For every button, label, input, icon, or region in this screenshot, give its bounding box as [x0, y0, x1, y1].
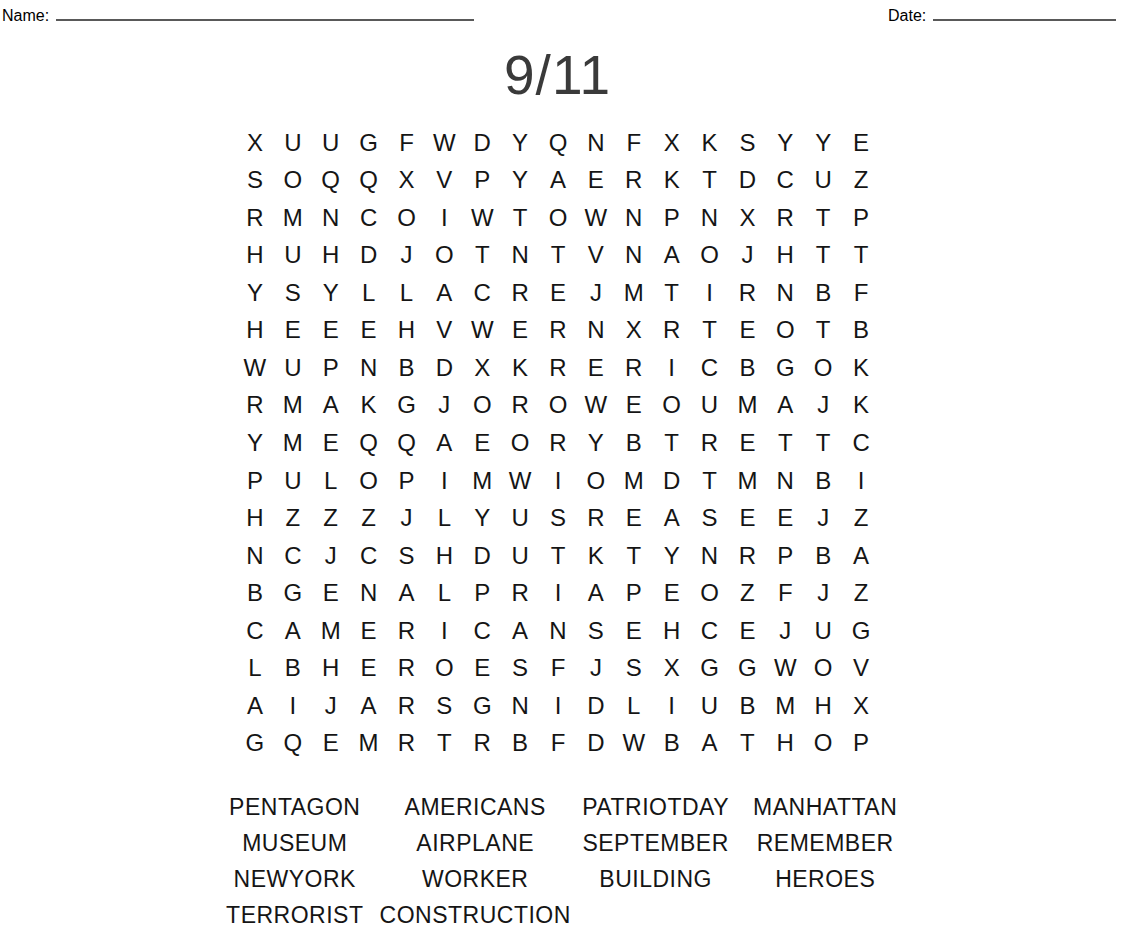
grid-cell-r9c12[interactable]: T: [653, 424, 691, 462]
grid-cell-r3c5[interactable]: O: [388, 199, 426, 237]
grid-cell-r13c14[interactable]: Z: [728, 574, 766, 612]
grid-cell-r11c3[interactable]: Z: [312, 499, 350, 537]
name-blank-line[interactable]: [56, 5, 474, 21]
grid-cell-r11c5[interactable]: J: [388, 499, 426, 537]
grid-cell-r8c10[interactable]: W: [577, 387, 615, 425]
grid-cell-r2c5[interactable]: X: [388, 162, 426, 200]
word-americans[interactable]: AMERICANS: [380, 789, 571, 825]
grid-cell-r16c17[interactable]: X: [842, 687, 880, 725]
grid-cell-r8c12[interactable]: O: [653, 387, 691, 425]
grid-cell-r1c11[interactable]: F: [615, 124, 653, 162]
grid-cell-r4c3[interactable]: H: [312, 237, 350, 275]
grid-cell-r4c12[interactable]: A: [653, 237, 691, 275]
grid-cell-r7c14[interactable]: B: [728, 349, 766, 387]
grid-cell-r1c9[interactable]: Q: [539, 124, 577, 162]
grid-cell-r10c13[interactable]: T: [691, 462, 729, 500]
grid-cell-r14c4[interactable]: E: [350, 612, 388, 650]
grid-cell-r8c11[interactable]: E: [615, 387, 653, 425]
grid-cell-r14c16[interactable]: U: [804, 612, 842, 650]
grid-cell-r8c13[interactable]: U: [691, 387, 729, 425]
grid-cell-r15c16[interactable]: O: [804, 649, 842, 687]
grid-cell-r3c10[interactable]: W: [577, 199, 615, 237]
grid-cell-r10c10[interactable]: O: [577, 462, 615, 500]
grid-cell-r2c2[interactable]: O: [274, 162, 312, 200]
grid-cell-r16c3[interactable]: J: [312, 687, 350, 725]
word-construction[interactable]: CONSTRUCTION: [380, 897, 571, 932]
grid-cell-r9c9[interactable]: R: [539, 424, 577, 462]
grid-cell-r7c4[interactable]: N: [350, 349, 388, 387]
grid-cell-r16c8[interactable]: N: [501, 687, 539, 725]
grid-cell-r11c11[interactable]: E: [615, 499, 653, 537]
grid-cell-r11c4[interactable]: Z: [350, 499, 388, 537]
grid-cell-r10c2[interactable]: U: [274, 462, 312, 500]
grid-cell-r14c12[interactable]: H: [653, 612, 691, 650]
grid-cell-r7c6[interactable]: D: [425, 349, 463, 387]
grid-cell-r13c8[interactable]: R: [501, 574, 539, 612]
grid-cell-r10c6[interactable]: I: [425, 462, 463, 500]
grid-cell-r3c9[interactable]: O: [539, 199, 577, 237]
grid-cell-r15c14[interactable]: G: [728, 649, 766, 687]
grid-cell-r15c6[interactable]: O: [425, 649, 463, 687]
grid-cell-r7c3[interactable]: P: [312, 349, 350, 387]
grid-cell-r3c14[interactable]: X: [728, 199, 766, 237]
grid-cell-r5c16[interactable]: B: [804, 274, 842, 312]
grid-cell-r10c9[interactable]: I: [539, 462, 577, 500]
grid-cell-r5c13[interactable]: I: [691, 274, 729, 312]
grid-cell-r4c6[interactable]: O: [425, 237, 463, 275]
grid-cell-r9c1[interactable]: Y: [236, 424, 274, 462]
grid-cell-r14c7[interactable]: C: [463, 612, 501, 650]
grid-cell-r16c2[interactable]: I: [274, 687, 312, 725]
grid-cell-r6c13[interactable]: T: [691, 312, 729, 350]
grid-cell-r10c15[interactable]: N: [766, 462, 804, 500]
grid-cell-r12c17[interactable]: A: [842, 537, 880, 575]
grid-cell-r12c10[interactable]: K: [577, 537, 615, 575]
grid-cell-r3c16[interactable]: T: [804, 199, 842, 237]
grid-cell-r17c9[interactable]: F: [539, 724, 577, 762]
grid-cell-r8c2[interactable]: M: [274, 387, 312, 425]
grid-cell-r15c3[interactable]: H: [312, 649, 350, 687]
date-blank-line[interactable]: [933, 5, 1116, 21]
word-worker[interactable]: WORKER: [380, 861, 571, 897]
grid-cell-r13c5[interactable]: A: [388, 574, 426, 612]
grid-cell-r16c13[interactable]: U: [691, 687, 729, 725]
grid-cell-r3c17[interactable]: P: [842, 199, 880, 237]
grid-cell-r1c13[interactable]: K: [691, 124, 729, 162]
word-september[interactable]: SEPTEMBER: [571, 825, 741, 861]
word-remember[interactable]: REMEMBER: [740, 825, 910, 861]
grid-cell-r1c4[interactable]: G: [350, 124, 388, 162]
grid-cell-r13c4[interactable]: N: [350, 574, 388, 612]
grid-cell-r6c14[interactable]: E: [728, 312, 766, 350]
grid-cell-r7c10[interactable]: E: [577, 349, 615, 387]
grid-cell-r14c2[interactable]: A: [274, 612, 312, 650]
grid-cell-r6c9[interactable]: R: [539, 312, 577, 350]
grid-cell-r11c14[interactable]: E: [728, 499, 766, 537]
grid-cell-r15c1[interactable]: L: [236, 649, 274, 687]
grid-cell-r7c17[interactable]: K: [842, 349, 880, 387]
grid-cell-r15c10[interactable]: J: [577, 649, 615, 687]
grid-cell-r3c7[interactable]: W: [463, 199, 501, 237]
word-newyork[interactable]: NEWYORK: [210, 861, 380, 897]
grid-cell-r11c2[interactable]: Z: [274, 499, 312, 537]
grid-cell-r5c5[interactable]: L: [388, 274, 426, 312]
grid-cell-r9c16[interactable]: T: [804, 424, 842, 462]
grid-cell-r12c3[interactable]: J: [312, 537, 350, 575]
grid-cell-r13c6[interactable]: L: [425, 574, 463, 612]
grid-cell-r4c2[interactable]: U: [274, 237, 312, 275]
word-pentagon[interactable]: PENTAGON: [210, 789, 380, 825]
grid-cell-r4c14[interactable]: J: [728, 237, 766, 275]
grid-cell-r1c17[interactable]: E: [842, 124, 880, 162]
grid-cell-r6c3[interactable]: E: [312, 312, 350, 350]
grid-cell-r4c1[interactable]: H: [236, 237, 274, 275]
grid-cell-r5c15[interactable]: N: [766, 274, 804, 312]
grid-cell-r12c11[interactable]: T: [615, 537, 653, 575]
grid-cell-r15c5[interactable]: R: [388, 649, 426, 687]
grid-cell-r14c6[interactable]: I: [425, 612, 463, 650]
grid-cell-r13c15[interactable]: F: [766, 574, 804, 612]
grid-cell-r17c5[interactable]: R: [388, 724, 426, 762]
grid-cell-r2c3[interactable]: Q: [312, 162, 350, 200]
grid-cell-r4c8[interactable]: N: [501, 237, 539, 275]
grid-cell-r17c14[interactable]: T: [728, 724, 766, 762]
grid-cell-r14c11[interactable]: E: [615, 612, 653, 650]
grid-cell-r1c2[interactable]: U: [274, 124, 312, 162]
grid-cell-r1c12[interactable]: X: [653, 124, 691, 162]
word-airplane[interactable]: AIRPLANE: [380, 825, 571, 861]
grid-cell-r5c9[interactable]: E: [539, 274, 577, 312]
grid-cell-r13c10[interactable]: A: [577, 574, 615, 612]
grid-cell-r10c12[interactable]: D: [653, 462, 691, 500]
grid-cell-r11c7[interactable]: Y: [463, 499, 501, 537]
grid-cell-r10c4[interactable]: O: [350, 462, 388, 500]
grid-cell-r4c11[interactable]: N: [615, 237, 653, 275]
word-patriotday[interactable]: PATRIOTDAY: [571, 789, 741, 825]
grid-cell-r8c17[interactable]: K: [842, 387, 880, 425]
grid-cell-r4c4[interactable]: D: [350, 237, 388, 275]
grid-cell-r5c8[interactable]: R: [501, 274, 539, 312]
grid-cell-r6c8[interactable]: E: [501, 312, 539, 350]
grid-cell-r5c14[interactable]: R: [728, 274, 766, 312]
grid-cell-r8c16[interactable]: J: [804, 387, 842, 425]
grid-cell-r8c8[interactable]: R: [501, 387, 539, 425]
grid-cell-r7c9[interactable]: R: [539, 349, 577, 387]
grid-cell-r3c12[interactable]: P: [653, 199, 691, 237]
grid-cell-r1c14[interactable]: S: [728, 124, 766, 162]
grid-cell-r2c11[interactable]: R: [615, 162, 653, 200]
grid-cell-r4c5[interactable]: J: [388, 237, 426, 275]
grid-cell-r8c9[interactable]: O: [539, 387, 577, 425]
grid-cell-r10c3[interactable]: L: [312, 462, 350, 500]
grid-cell-r3c6[interactable]: I: [425, 199, 463, 237]
grid-cell-r13c3[interactable]: E: [312, 574, 350, 612]
grid-cell-r11c12[interactable]: A: [653, 499, 691, 537]
grid-cell-r13c17[interactable]: Z: [842, 574, 880, 612]
grid-cell-r15c7[interactable]: E: [463, 649, 501, 687]
grid-cell-r16c10[interactable]: D: [577, 687, 615, 725]
grid-cell-r17c2[interactable]: Q: [274, 724, 312, 762]
grid-cell-r15c17[interactable]: V: [842, 649, 880, 687]
grid-cell-r17c4[interactable]: M: [350, 724, 388, 762]
grid-cell-r15c2[interactable]: B: [274, 649, 312, 687]
grid-cell-r14c15[interactable]: J: [766, 612, 804, 650]
grid-cell-r2c9[interactable]: A: [539, 162, 577, 200]
grid-cell-r10c11[interactable]: M: [615, 462, 653, 500]
grid-cell-r1c6[interactable]: W: [425, 124, 463, 162]
grid-cell-r10c7[interactable]: M: [463, 462, 501, 500]
grid-cell-r16c7[interactable]: G: [463, 687, 501, 725]
grid-cell-r11c1[interactable]: H: [236, 499, 274, 537]
grid-cell-r11c10[interactable]: R: [577, 499, 615, 537]
grid-cell-r2c4[interactable]: Q: [350, 162, 388, 200]
grid-cell-r4c13[interactable]: O: [691, 237, 729, 275]
grid-cell-r6c7[interactable]: W: [463, 312, 501, 350]
grid-cell-r17c12[interactable]: B: [653, 724, 691, 762]
grid-cell-r5c6[interactable]: A: [425, 274, 463, 312]
grid-cell-r7c13[interactable]: C: [691, 349, 729, 387]
grid-cell-r3c8[interactable]: T: [501, 199, 539, 237]
grid-cell-r14c1[interactable]: C: [236, 612, 274, 650]
grid-cell-r5c3[interactable]: Y: [312, 274, 350, 312]
grid-cell-r13c2[interactable]: G: [274, 574, 312, 612]
grid-cell-r6c16[interactable]: T: [804, 312, 842, 350]
grid-cell-r4c17[interactable]: T: [842, 237, 880, 275]
grid-cell-r9c11[interactable]: B: [615, 424, 653, 462]
grid-cell-r1c3[interactable]: U: [312, 124, 350, 162]
grid-cell-r7c16[interactable]: O: [804, 349, 842, 387]
grid-cell-r10c1[interactable]: P: [236, 462, 274, 500]
grid-cell-r17c15[interactable]: H: [766, 724, 804, 762]
grid-cell-r15c15[interactable]: W: [766, 649, 804, 687]
grid-cell-r15c11[interactable]: S: [615, 649, 653, 687]
grid-cell-r2c6[interactable]: V: [425, 162, 463, 200]
grid-cell-r17c1[interactable]: G: [236, 724, 274, 762]
grid-cell-r9c10[interactable]: Y: [577, 424, 615, 462]
grid-cell-r6c10[interactable]: N: [577, 312, 615, 350]
grid-cell-r3c15[interactable]: R: [766, 199, 804, 237]
grid-cell-r6c11[interactable]: X: [615, 312, 653, 350]
grid-cell-r7c2[interactable]: U: [274, 349, 312, 387]
grid-cell-r12c16[interactable]: B: [804, 537, 842, 575]
grid-cell-r5c17[interactable]: F: [842, 274, 880, 312]
grid-cell-r13c12[interactable]: E: [653, 574, 691, 612]
grid-cell-r10c17[interactable]: I: [842, 462, 880, 500]
grid-cell-r12c5[interactable]: S: [388, 537, 426, 575]
grid-cell-r1c1[interactable]: X: [236, 124, 274, 162]
grid-cell-r12c7[interactable]: D: [463, 537, 501, 575]
grid-cell-r9c2[interactable]: M: [274, 424, 312, 462]
grid-cell-r2c17[interactable]: Z: [842, 162, 880, 200]
grid-cell-r13c16[interactable]: J: [804, 574, 842, 612]
grid-cell-r15c12[interactable]: X: [653, 649, 691, 687]
grid-cell-r7c7[interactable]: X: [463, 349, 501, 387]
grid-cell-r2c13[interactable]: T: [691, 162, 729, 200]
grid-cell-r12c15[interactable]: P: [766, 537, 804, 575]
grid-cell-r5c12[interactable]: T: [653, 274, 691, 312]
grid-cell-r2c14[interactable]: D: [728, 162, 766, 200]
grid-cell-r8c7[interactable]: O: [463, 387, 501, 425]
grid-cell-r4c15[interactable]: H: [766, 237, 804, 275]
grid-cell-r15c8[interactable]: S: [501, 649, 539, 687]
grid-cell-r13c13[interactable]: O: [691, 574, 729, 612]
grid-cell-r7c5[interactable]: B: [388, 349, 426, 387]
grid-cell-r2c10[interactable]: E: [577, 162, 615, 200]
grid-cell-r2c8[interactable]: Y: [501, 162, 539, 200]
grid-cell-r12c9[interactable]: T: [539, 537, 577, 575]
grid-cell-r7c15[interactable]: G: [766, 349, 804, 387]
grid-cell-r16c9[interactable]: I: [539, 687, 577, 725]
grid-cell-r17c3[interactable]: E: [312, 724, 350, 762]
word-manhattan[interactable]: MANHATTAN: [740, 789, 910, 825]
grid-cell-r11c16[interactable]: J: [804, 499, 842, 537]
grid-cell-r8c14[interactable]: M: [728, 387, 766, 425]
grid-cell-r16c16[interactable]: H: [804, 687, 842, 725]
grid-cell-r16c4[interactable]: A: [350, 687, 388, 725]
grid-cell-r9c7[interactable]: E: [463, 424, 501, 462]
grid-cell-r3c2[interactable]: M: [274, 199, 312, 237]
grid-cell-r5c2[interactable]: S: [274, 274, 312, 312]
grid-cell-r17c11[interactable]: W: [615, 724, 653, 762]
grid-cell-r16c15[interactable]: M: [766, 687, 804, 725]
grid-cell-r16c12[interactable]: I: [653, 687, 691, 725]
word-building[interactable]: BUILDING: [571, 861, 741, 897]
grid-cell-r8c1[interactable]: R: [236, 387, 274, 425]
grid-cell-r8c4[interactable]: K: [350, 387, 388, 425]
grid-cell-r6c6[interactable]: V: [425, 312, 463, 350]
grid-cell-r2c15[interactable]: C: [766, 162, 804, 200]
grid-cell-r12c14[interactable]: R: [728, 537, 766, 575]
grid-cell-r6c1[interactable]: H: [236, 312, 274, 350]
grid-cell-r16c11[interactable]: L: [615, 687, 653, 725]
grid-cell-r12c6[interactable]: H: [425, 537, 463, 575]
grid-cell-r6c5[interactable]: H: [388, 312, 426, 350]
grid-cell-r1c5[interactable]: F: [388, 124, 426, 162]
grid-cell-r14c13[interactable]: C: [691, 612, 729, 650]
grid-cell-r9c6[interactable]: A: [425, 424, 463, 462]
grid-cell-r12c1[interactable]: N: [236, 537, 274, 575]
grid-cell-r17c7[interactable]: R: [463, 724, 501, 762]
grid-cell-r16c5[interactable]: R: [388, 687, 426, 725]
grid-cell-r12c12[interactable]: Y: [653, 537, 691, 575]
grid-cell-r5c10[interactable]: J: [577, 274, 615, 312]
grid-cell-r16c6[interactable]: S: [425, 687, 463, 725]
grid-cell-r17c6[interactable]: T: [425, 724, 463, 762]
grid-cell-r9c17[interactable]: C: [842, 424, 880, 462]
grid-cell-r15c9[interactable]: F: [539, 649, 577, 687]
grid-cell-r17c13[interactable]: A: [691, 724, 729, 762]
grid-cell-r7c11[interactable]: R: [615, 349, 653, 387]
grid-cell-r9c8[interactable]: O: [501, 424, 539, 462]
grid-cell-r3c11[interactable]: N: [615, 199, 653, 237]
grid-cell-r10c5[interactable]: P: [388, 462, 426, 500]
grid-cell-r6c17[interactable]: B: [842, 312, 880, 350]
grid-cell-r9c4[interactable]: Q: [350, 424, 388, 462]
grid-cell-r4c10[interactable]: V: [577, 237, 615, 275]
grid-cell-r12c8[interactable]: U: [501, 537, 539, 575]
grid-cell-r1c8[interactable]: Y: [501, 124, 539, 162]
grid-cell-r11c17[interactable]: Z: [842, 499, 880, 537]
grid-cell-r3c1[interactable]: R: [236, 199, 274, 237]
grid-cell-r12c4[interactable]: C: [350, 537, 388, 575]
grid-cell-r14c5[interactable]: R: [388, 612, 426, 650]
grid-cell-r4c7[interactable]: T: [463, 237, 501, 275]
grid-cell-r9c3[interactable]: E: [312, 424, 350, 462]
grid-cell-r10c16[interactable]: B: [804, 462, 842, 500]
grid-cell-r7c1[interactable]: W: [236, 349, 274, 387]
grid-cell-r3c3[interactable]: N: [312, 199, 350, 237]
grid-cell-r4c9[interactable]: T: [539, 237, 577, 275]
grid-cell-r8c15[interactable]: A: [766, 387, 804, 425]
grid-cell-r2c7[interactable]: P: [463, 162, 501, 200]
grid-cell-r6c15[interactable]: O: [766, 312, 804, 350]
grid-cell-r13c9[interactable]: I: [539, 574, 577, 612]
grid-cell-r2c16[interactable]: U: [804, 162, 842, 200]
grid-cell-r9c13[interactable]: R: [691, 424, 729, 462]
grid-cell-r9c14[interactable]: E: [728, 424, 766, 462]
grid-cell-r11c9[interactable]: S: [539, 499, 577, 537]
word-heroes[interactable]: HEROES: [740, 861, 910, 897]
grid-cell-r2c12[interactable]: K: [653, 162, 691, 200]
grid-cell-r12c13[interactable]: N: [691, 537, 729, 575]
grid-cell-r1c10[interactable]: N: [577, 124, 615, 162]
grid-cell-r6c4[interactable]: E: [350, 312, 388, 350]
grid-cell-r11c8[interactable]: U: [501, 499, 539, 537]
grid-cell-r1c16[interactable]: Y: [804, 124, 842, 162]
grid-cell-r10c14[interactable]: M: [728, 462, 766, 500]
grid-cell-r17c10[interactable]: D: [577, 724, 615, 762]
grid-cell-r6c12[interactable]: R: [653, 312, 691, 350]
grid-cell-r13c1[interactable]: B: [236, 574, 274, 612]
grid-cell-r15c13[interactable]: G: [691, 649, 729, 687]
grid-cell-r11c13[interactable]: S: [691, 499, 729, 537]
grid-cell-r14c3[interactable]: M: [312, 612, 350, 650]
grid-cell-r4c16[interactable]: T: [804, 237, 842, 275]
grid-cell-r17c8[interactable]: B: [501, 724, 539, 762]
grid-cell-r2c1[interactable]: S: [236, 162, 274, 200]
grid-cell-r16c1[interactable]: A: [236, 687, 274, 725]
grid-cell-r14c10[interactable]: S: [577, 612, 615, 650]
grid-cell-r5c11[interactable]: M: [615, 274, 653, 312]
grid-cell-r9c15[interactable]: T: [766, 424, 804, 462]
grid-cell-r7c12[interactable]: I: [653, 349, 691, 387]
grid-cell-r1c7[interactable]: D: [463, 124, 501, 162]
word-museum[interactable]: MUSEUM: [210, 825, 380, 861]
grid-cell-r10c8[interactable]: W: [501, 462, 539, 500]
grid-cell-r17c16[interactable]: O: [804, 724, 842, 762]
grid-cell-r12c2[interactable]: C: [274, 537, 312, 575]
grid-cell-r8c6[interactable]: J: [425, 387, 463, 425]
grid-cell-r5c7[interactable]: C: [463, 274, 501, 312]
grid-cell-r13c11[interactable]: P: [615, 574, 653, 612]
grid-cell-r11c6[interactable]: L: [425, 499, 463, 537]
grid-cell-r8c3[interactable]: A: [312, 387, 350, 425]
grid-cell-r7c8[interactable]: K: [501, 349, 539, 387]
grid-cell-r1c15[interactable]: Y: [766, 124, 804, 162]
grid-cell-r14c9[interactable]: N: [539, 612, 577, 650]
grid-cell-r13c7[interactable]: P: [463, 574, 501, 612]
grid-cell-r5c4[interactable]: L: [350, 274, 388, 312]
grid-cell-r16c14[interactable]: B: [728, 687, 766, 725]
grid-cell-r3c4[interactable]: C: [350, 199, 388, 237]
grid-cell-r9c5[interactable]: Q: [388, 424, 426, 462]
grid-cell-r17c17[interactable]: P: [842, 724, 880, 762]
grid-cell-r8c5[interactable]: G: [388, 387, 426, 425]
grid-cell-r3c13[interactable]: N: [691, 199, 729, 237]
grid-cell-r11c15[interactable]: E: [766, 499, 804, 537]
grid-cell-r15c4[interactable]: E: [350, 649, 388, 687]
grid-cell-r5c1[interactable]: Y: [236, 274, 274, 312]
